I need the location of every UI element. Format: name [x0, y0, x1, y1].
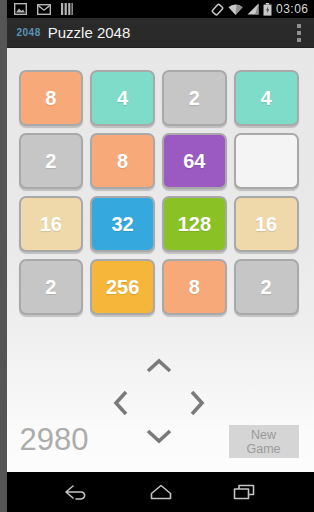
app-title: Puzzle 2048	[48, 24, 131, 41]
tile-r3c1-256: 256	[90, 259, 155, 315]
app-bar: 2048 Puzzle 2048	[7, 18, 314, 48]
score-value: 2980	[20, 422, 89, 458]
barcode-icon	[61, 3, 73, 15]
battery-charging-icon	[263, 3, 272, 16]
overflow-menu-icon[interactable]	[297, 24, 301, 42]
wifi-icon	[228, 3, 243, 15]
status-bar-notifications	[7, 3, 211, 15]
tile-r2c2-128: 128	[162, 196, 227, 252]
board-grid: 84242864163212816225682	[19, 70, 299, 315]
tile-r3c3-2: 2	[234, 259, 299, 315]
move-right-button[interactable]	[189, 389, 205, 417]
tile-r1c1-8: 8	[90, 133, 155, 189]
status-bar: 03:06	[7, 0, 314, 18]
tile-r2c0-16: 16	[19, 196, 84, 252]
tile-r0c0-8: 8	[19, 70, 84, 126]
tile-r3c0-2: 2	[19, 259, 84, 315]
status-bar-system: 03:06	[211, 2, 314, 16]
status-bar-clock: 03:06	[276, 2, 309, 16]
tile-r2c1-32: 32	[90, 196, 155, 252]
tile-r1c0-2: 2	[19, 133, 84, 189]
home-icon[interactable]	[149, 484, 173, 500]
tile-r0c1-4: 4	[90, 70, 155, 126]
recent-apps-icon[interactable]	[232, 484, 256, 500]
tile-r1c3-empty	[234, 133, 299, 189]
email-icon	[37, 4, 51, 15]
tile-r3c2-8: 8	[162, 259, 227, 315]
tile-r0c2-2: 2	[162, 70, 227, 126]
move-down-button[interactable]	[145, 428, 173, 444]
move-left-button[interactable]	[113, 389, 129, 417]
phone-screen: 03:06 2048 Puzzle 2048 84242864163212816…	[7, 0, 314, 512]
navigation-bar	[7, 472, 314, 512]
signal-icon	[247, 3, 259, 15]
tile-r0c3-4: 4	[234, 70, 299, 126]
app-logo: 2048	[17, 27, 41, 38]
tile-r2c3-16: 16	[234, 196, 299, 252]
screenshot-icon	[14, 3, 27, 15]
move-up-button[interactable]	[145, 358, 173, 374]
back-icon[interactable]	[64, 484, 90, 500]
rotation-icon	[211, 3, 224, 16]
tile-r1c2-64: 64	[162, 133, 227, 189]
new-game-button[interactable]: New Game	[229, 425, 299, 458]
